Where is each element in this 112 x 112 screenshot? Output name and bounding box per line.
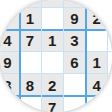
sudoku-cell-r0c1[interactable] bbox=[19, 0, 41, 7]
sudoku-board: 1192471396138247 bbox=[0, 0, 112, 112]
sudoku-cell-r4c1[interactable]: 8 bbox=[19, 74, 41, 96]
sudoku-cell-r2c1[interactable]: 7 bbox=[19, 29, 41, 51]
sudoku-cell-r2c5[interactable] bbox=[108, 29, 112, 51]
sudoku-cell-r1c5[interactable] bbox=[108, 7, 112, 29]
sudoku-cell-r4c5[interactable] bbox=[108, 74, 112, 96]
sudoku-cell-r0c5[interactable] bbox=[108, 0, 112, 7]
sudoku-cell-r4c0[interactable]: 3 bbox=[0, 74, 19, 96]
sudoku-cell-r4c3[interactable] bbox=[63, 74, 85, 96]
sudoku-cell-r2c3[interactable]: 3 bbox=[63, 29, 85, 51]
sudoku-cell-r2c0[interactable]: 4 bbox=[0, 29, 19, 51]
sudoku-cell-r3c1[interactable] bbox=[19, 52, 41, 74]
sudoku-cell-r2c4[interactable] bbox=[86, 29, 108, 51]
sudoku-cell-r3c0[interactable]: 9 bbox=[0, 52, 19, 74]
sudoku-cell-r2c2[interactable]: 1 bbox=[41, 29, 63, 51]
sudoku-cell-r4c4[interactable]: 4 bbox=[86, 74, 108, 96]
screenshot-stage: 1192471396138247 bbox=[0, 0, 112, 112]
sudoku-cell-r3c4[interactable]: 1 bbox=[86, 52, 108, 74]
sudoku-cell-r0c2[interactable] bbox=[41, 0, 63, 7]
sudoku-cell-r1c4[interactable]: 2 bbox=[86, 7, 108, 29]
sudoku-cell-r1c0[interactable] bbox=[0, 7, 19, 29]
sudoku-board-circular-view: 1192471396138247 bbox=[0, 0, 112, 112]
sudoku-cell-r0c0[interactable] bbox=[0, 0, 19, 7]
sudoku-cell-r5c0[interactable] bbox=[0, 96, 19, 112]
sudoku-cell-r5c4[interactable] bbox=[86, 96, 108, 112]
sudoku-cell-r3c5[interactable] bbox=[108, 52, 112, 74]
sudoku-cell-r0c3[interactable]: 1 bbox=[63, 0, 85, 7]
sudoku-cell-r0c4[interactable] bbox=[86, 0, 108, 7]
sudoku-cell-r1c3[interactable]: 9 bbox=[63, 7, 85, 29]
sudoku-cell-r3c3[interactable]: 6 bbox=[63, 52, 85, 74]
sudoku-cell-r1c1[interactable]: 1 bbox=[19, 7, 41, 29]
sudoku-cell-r5c1[interactable] bbox=[19, 96, 41, 112]
sudoku-cell-r5c3[interactable] bbox=[63, 96, 85, 112]
sudoku-cell-r3c2[interactable] bbox=[41, 52, 63, 74]
sudoku-cell-r1c2[interactable] bbox=[41, 7, 63, 29]
sudoku-cell-r5c2[interactable]: 7 bbox=[41, 96, 63, 112]
sudoku-cell-r4c2[interactable]: 2 bbox=[41, 74, 63, 96]
sudoku-cell-r5c5[interactable] bbox=[108, 96, 112, 112]
